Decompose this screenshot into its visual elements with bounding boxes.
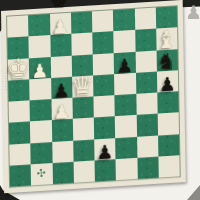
offboard-captured-white-piece: ♟ [185,3,200,22]
square-g1[interactable] [137,156,159,179]
square-h5[interactable]: ♟ [157,70,179,93]
square-f7[interactable] [114,30,136,53]
board-logo-stamp: ✣ [33,165,49,182]
square-h2[interactable] [158,134,180,157]
square-d5[interactable]: ♛ [72,75,94,98]
square-a3[interactable] [9,122,31,145]
square-h3[interactable] [157,113,179,136]
board-brand-text: ······· [1,51,10,114]
square-b8[interactable] [28,14,50,37]
piece-white-king-a6[interactable]: ♚ [6,54,31,83]
square-g5[interactable] [135,71,157,94]
square-h1[interactable] [158,155,180,178]
chessboard-photo: ♟♝♚♟♟♞♟♛♟♟♟ ✣ ······· ♚ ♟ [0,0,200,200]
chess-board: ♟♝♚♟♟♞♟♛♟♟♟ ✣ ······· [1,0,186,193]
square-d1[interactable] [73,160,95,183]
square-a2[interactable] [9,143,31,166]
square-d7[interactable] [71,33,93,56]
square-c1[interactable] [52,162,74,185]
square-g7[interactable] [135,29,157,52]
square-g6[interactable] [135,50,157,73]
board-grid: ♟♝♚♟♟♞♟♛♟♟♟ [7,6,180,187]
square-a6[interactable]: ♚ [8,58,30,81]
square-d8[interactable] [71,11,93,34]
square-d3[interactable] [73,118,95,141]
square-e4[interactable] [93,95,115,118]
square-h7[interactable]: ♝ [156,28,178,51]
square-c2[interactable] [52,140,74,163]
square-g8[interactable] [134,8,156,31]
square-a4[interactable] [9,100,31,123]
square-b5[interactable] [29,78,51,101]
square-c5[interactable]: ♟ [51,77,73,100]
square-b6[interactable]: ♟ [29,57,51,80]
square-e3[interactable] [94,116,116,139]
square-g3[interactable] [136,114,158,137]
offboard-black-piece-top[interactable]: ♚ [50,0,69,11]
square-f8[interactable] [113,9,135,32]
square-g2[interactable] [137,135,159,158]
piece-white-queen-d5[interactable]: ♛ [71,72,95,99]
square-c6[interactable] [50,55,72,78]
square-a8[interactable] [7,15,29,38]
square-f3[interactable] [115,115,137,138]
square-f4[interactable] [115,94,137,117]
square-a1[interactable] [10,164,32,187]
square-f1[interactable] [116,158,138,181]
piece-white-pawn-c8[interactable]: ♟ [52,17,69,37]
square-e8[interactable] [92,10,114,33]
piece-white-pawn-c4[interactable]: ♟ [53,102,70,122]
piece-white-bishop-h7[interactable]: ♝ [156,27,178,52]
square-b7[interactable] [29,35,51,58]
square-e2[interactable]: ♟ [94,138,116,161]
square-b4[interactable] [30,99,52,122]
background-shadow-bottom-right [187,185,200,200]
square-c4[interactable]: ♟ [51,98,73,121]
square-b2[interactable] [31,142,53,165]
piece-black-pawn-h5[interactable]: ♟ [159,74,176,94]
square-f6[interactable]: ♟ [114,51,136,74]
square-f2[interactable] [115,136,137,159]
square-e5[interactable] [93,74,115,97]
square-c8[interactable]: ♟ [50,13,72,36]
square-b3[interactable] [30,120,52,143]
square-e7[interactable] [92,31,114,54]
piece-black-pawn-e2[interactable]: ♟ [96,142,113,162]
square-g4[interactable] [136,93,158,116]
square-f5[interactable] [114,73,136,96]
square-d2[interactable] [73,139,95,162]
square-e6[interactable] [93,53,115,76]
